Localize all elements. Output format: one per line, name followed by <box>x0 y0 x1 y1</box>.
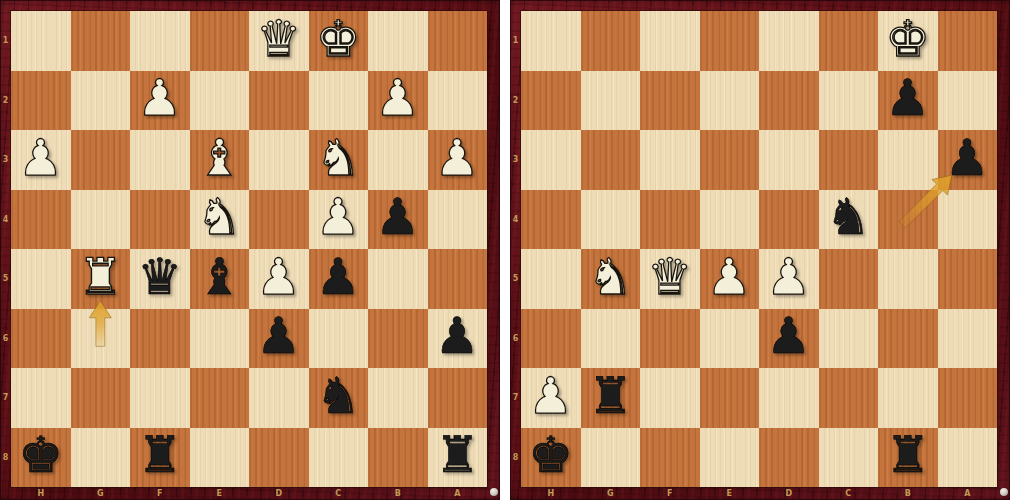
square-a5[interactable] <box>938 249 998 309</box>
black-rook[interactable]: ♜ <box>588 371 633 421</box>
square-f3[interactable] <box>130 130 190 190</box>
black-pawn[interactable]: ♟ <box>256 311 301 361</box>
square-f1[interactable] <box>130 11 190 71</box>
square-c4[interactable]: ♟ <box>309 190 369 250</box>
left-board-file-labels: HGFEDCBA <box>11 487 487 500</box>
rank-label-1: 1 <box>510 11 521 71</box>
file-label-c: C <box>309 487 369 500</box>
white-knight[interactable]: ♞ <box>197 192 242 242</box>
rank-label-1: 1 <box>0 11 11 71</box>
square-a7[interactable] <box>938 368 998 428</box>
black-pawn[interactable]: ♟ <box>885 73 930 123</box>
square-f7[interactable] <box>640 368 700 428</box>
square-g3[interactable] <box>71 130 131 190</box>
square-h2[interactable] <box>11 71 71 131</box>
rank-label-6: 6 <box>0 309 11 369</box>
square-g5[interactable]: ♜ <box>71 249 131 309</box>
white-pawn[interactable]: ♟ <box>137 73 182 123</box>
square-g3[interactable] <box>581 130 641 190</box>
file-label-g: G <box>581 487 641 500</box>
square-f7[interactable] <box>130 368 190 428</box>
left-board-rank-labels: 12345678 <box>0 11 11 487</box>
square-d3[interactable] <box>759 130 819 190</box>
square-d1[interactable] <box>759 11 819 71</box>
rank-label-5: 5 <box>0 249 11 309</box>
square-e5[interactable]: ♟ <box>700 249 760 309</box>
square-f2[interactable] <box>640 71 700 131</box>
board-options-dot[interactable] <box>490 488 498 496</box>
file-label-b: B <box>368 487 428 500</box>
black-rook[interactable]: ♜ <box>885 430 930 480</box>
white-knight[interactable]: ♞ <box>316 133 361 183</box>
square-f5[interactable]: ♛ <box>130 249 190 309</box>
square-f8[interactable]: ♜ <box>130 428 190 488</box>
square-h7[interactable] <box>11 368 71 428</box>
square-a2[interactable] <box>938 71 998 131</box>
white-rook[interactable]: ♜ <box>78 252 123 302</box>
square-d5[interactable]: ♟ <box>759 249 819 309</box>
file-label-f: F <box>130 487 190 500</box>
white-queen[interactable]: ♛ <box>647 252 692 302</box>
rank-label-5: 5 <box>510 249 521 309</box>
black-rook[interactable]: ♜ <box>435 430 480 480</box>
square-h5[interactable] <box>521 249 581 309</box>
white-pawn[interactable]: ♟ <box>18 133 63 183</box>
square-h3[interactable]: ♟ <box>11 130 71 190</box>
rank-label-7: 7 <box>510 368 521 428</box>
square-c3[interactable]: ♞ <box>309 130 369 190</box>
file-label-b: B <box>878 487 938 500</box>
square-e8[interactable] <box>190 428 250 488</box>
rank-label-3: 3 <box>0 130 11 190</box>
black-pawn[interactable]: ♟ <box>375 192 420 242</box>
square-g8[interactable] <box>71 428 131 488</box>
square-a1[interactable] <box>938 11 998 71</box>
file-label-e: E <box>700 487 760 500</box>
square-d7[interactable] <box>249 368 309 428</box>
square-h7[interactable]: ♟ <box>521 368 581 428</box>
square-d4[interactable] <box>759 190 819 250</box>
file-label-e: E <box>190 487 250 500</box>
square-d6[interactable]: ♟ <box>249 309 309 369</box>
square-e2[interactable] <box>190 71 250 131</box>
white-pawn[interactable]: ♟ <box>528 371 573 421</box>
board-options-dot[interactable] <box>1000 488 1008 496</box>
square-a8[interactable] <box>938 428 998 488</box>
square-e2[interactable] <box>700 71 760 131</box>
rank-label-4: 4 <box>0 190 11 250</box>
square-e1[interactable] <box>190 11 250 71</box>
square-e5[interactable]: ♝ <box>190 249 250 309</box>
square-c8[interactable] <box>309 428 369 488</box>
black-king[interactable]: ♚ <box>528 430 573 480</box>
square-g2[interactable] <box>71 71 131 131</box>
square-c7[interactable] <box>819 368 879 428</box>
file-label-a: A <box>428 487 488 500</box>
file-label-h: H <box>11 487 71 500</box>
square-e3[interactable]: ♝ <box>190 130 250 190</box>
file-label-a: A <box>938 487 998 500</box>
square-g8[interactable] <box>581 428 641 488</box>
black-knight[interactable]: ♞ <box>316 371 361 421</box>
square-g5[interactable]: ♞ <box>581 249 641 309</box>
right-board-grid: ♚♟♟♞♞♛♟♟♟♟♜♚♜ <box>521 11 997 487</box>
white-bishop[interactable]: ♝ <box>197 133 242 183</box>
square-a3[interactable]: ♟ <box>938 130 998 190</box>
square-c6[interactable] <box>819 309 879 369</box>
square-c1[interactable]: ♚ <box>309 11 369 71</box>
black-king[interactable]: ♚ <box>18 430 63 480</box>
square-h3[interactable] <box>521 130 581 190</box>
square-h4[interactable] <box>521 190 581 250</box>
square-c2[interactable] <box>819 71 879 131</box>
rank-label-4: 4 <box>510 190 521 250</box>
square-b3[interactable] <box>368 130 428 190</box>
boards-row: ♛♚♟♟♟♝♞♟♞♟♟♜♛♝♟♟♟♟♞♚♜♜ 12345678 HGFEDCBA… <box>0 0 1010 500</box>
square-b4[interactable]: ♟ <box>368 190 428 250</box>
black-pawn[interactable]: ♟ <box>435 311 480 361</box>
square-e6[interactable] <box>190 309 250 369</box>
right-board-rank-labels: 12345678 <box>510 11 521 487</box>
white-king[interactable]: ♚ <box>885 14 930 64</box>
right-board: ♚♟♟♞♞♛♟♟♟♟♜♚♜ 12345678 HGFEDCBA <box>510 0 1010 500</box>
square-e8[interactable] <box>700 428 760 488</box>
square-b7[interactable] <box>878 368 938 428</box>
left-board: ♛♚♟♟♟♝♞♟♞♟♟♜♛♝♟♟♟♟♞♚♜♜ 12345678 HGFEDCBA <box>0 0 500 500</box>
square-c4[interactable]: ♞ <box>819 190 879 250</box>
black-pawn[interactable]: ♟ <box>945 133 990 183</box>
square-d7[interactable] <box>759 368 819 428</box>
square-a4[interactable] <box>428 190 488 250</box>
black-pawn[interactable]: ♟ <box>766 311 811 361</box>
square-e1[interactable] <box>700 11 760 71</box>
square-f4[interactable] <box>130 190 190 250</box>
square-c3[interactable] <box>819 130 879 190</box>
square-c1[interactable] <box>819 11 879 71</box>
square-g7[interactable] <box>71 368 131 428</box>
file-label-f: F <box>640 487 700 500</box>
rank-label-3: 3 <box>510 130 521 190</box>
square-f1[interactable] <box>640 11 700 71</box>
square-d8[interactable] <box>759 428 819 488</box>
square-b4[interactable] <box>878 190 938 250</box>
white-knight[interactable]: ♞ <box>588 252 633 302</box>
square-g2[interactable] <box>581 71 641 131</box>
square-h8[interactable]: ♚ <box>11 428 71 488</box>
square-h6[interactable] <box>11 309 71 369</box>
square-d5[interactable]: ♟ <box>249 249 309 309</box>
square-g1[interactable] <box>581 11 641 71</box>
rank-label-6: 6 <box>510 309 521 369</box>
square-f3[interactable] <box>640 130 700 190</box>
white-pawn[interactable]: ♟ <box>766 252 811 302</box>
square-b8[interactable] <box>368 428 428 488</box>
square-h4[interactable] <box>11 190 71 250</box>
square-c7[interactable]: ♞ <box>309 368 369 428</box>
white-pawn[interactable]: ♟ <box>707 252 752 302</box>
square-a6[interactable]: ♟ <box>428 309 488 369</box>
square-f6[interactable] <box>640 309 700 369</box>
square-e7[interactable] <box>700 368 760 428</box>
square-e3[interactable] <box>700 130 760 190</box>
square-d3[interactable] <box>249 130 309 190</box>
black-queen[interactable]: ♛ <box>137 252 182 302</box>
square-b8[interactable]: ♜ <box>878 428 938 488</box>
file-label-d: D <box>249 487 309 500</box>
white-pawn[interactable]: ♟ <box>435 133 480 183</box>
square-c5[interactable] <box>819 249 879 309</box>
square-a6[interactable] <box>938 309 998 369</box>
square-g4[interactable] <box>581 190 641 250</box>
square-h5[interactable] <box>11 249 71 309</box>
square-g1[interactable] <box>71 11 131 71</box>
square-d1[interactable]: ♛ <box>249 11 309 71</box>
square-a3[interactable]: ♟ <box>428 130 488 190</box>
square-d2[interactable] <box>249 71 309 131</box>
rank-label-7: 7 <box>0 368 11 428</box>
file-label-g: G <box>71 487 131 500</box>
black-bishop[interactable]: ♝ <box>197 252 242 302</box>
black-pawn[interactable]: ♟ <box>316 252 361 302</box>
square-b5[interactable] <box>368 249 428 309</box>
square-f2[interactable]: ♟ <box>130 71 190 131</box>
square-b1[interactable] <box>368 11 428 71</box>
rank-label-8: 8 <box>510 428 521 488</box>
file-label-c: C <box>819 487 879 500</box>
square-b2[interactable]: ♟ <box>878 71 938 131</box>
square-f4[interactable] <box>640 190 700 250</box>
white-king[interactable]: ♚ <box>316 14 361 64</box>
square-d6[interactable]: ♟ <box>759 309 819 369</box>
square-b5[interactable] <box>878 249 938 309</box>
square-f5[interactable]: ♛ <box>640 249 700 309</box>
square-g7[interactable]: ♜ <box>581 368 641 428</box>
square-b6[interactable] <box>878 309 938 369</box>
file-label-d: D <box>759 487 819 500</box>
square-h2[interactable] <box>521 71 581 131</box>
square-b6[interactable] <box>368 309 428 369</box>
rank-label-2: 2 <box>510 71 521 131</box>
square-b3[interactable] <box>878 130 938 190</box>
square-d2[interactable] <box>759 71 819 131</box>
square-c6[interactable] <box>309 309 369 369</box>
black-rook[interactable]: ♜ <box>137 430 182 480</box>
rank-label-2: 2 <box>0 71 11 131</box>
square-c8[interactable] <box>819 428 879 488</box>
white-queen[interactable]: ♛ <box>256 14 301 64</box>
square-a2[interactable] <box>428 71 488 131</box>
square-c2[interactable] <box>309 71 369 131</box>
square-a8[interactable]: ♜ <box>428 428 488 488</box>
square-a4[interactable] <box>938 190 998 250</box>
square-h8[interactable]: ♚ <box>521 428 581 488</box>
square-h1[interactable] <box>521 11 581 71</box>
square-g6[interactable] <box>71 309 131 369</box>
rank-label-8: 8 <box>0 428 11 488</box>
square-b2[interactable]: ♟ <box>368 71 428 131</box>
square-h1[interactable] <box>11 11 71 71</box>
square-g6[interactable] <box>581 309 641 369</box>
square-e6[interactable] <box>700 309 760 369</box>
square-b1[interactable]: ♚ <box>878 11 938 71</box>
square-a7[interactable] <box>428 368 488 428</box>
square-h6[interactable] <box>521 309 581 369</box>
square-a1[interactable] <box>428 11 488 71</box>
right-board-file-labels: HGFEDCBA <box>521 487 997 500</box>
square-d4[interactable] <box>249 190 309 250</box>
black-knight[interactable]: ♞ <box>826 192 871 242</box>
square-a5[interactable] <box>428 249 488 309</box>
square-b7[interactable] <box>368 368 428 428</box>
square-e4[interactable]: ♞ <box>190 190 250 250</box>
square-f6[interactable] <box>130 309 190 369</box>
file-label-h: H <box>521 487 581 500</box>
square-g4[interactable] <box>71 190 131 250</box>
square-f8[interactable] <box>640 428 700 488</box>
square-c5[interactable]: ♟ <box>309 249 369 309</box>
square-e7[interactable] <box>190 368 250 428</box>
square-e4[interactable] <box>700 190 760 250</box>
white-pawn[interactable]: ♟ <box>316 192 361 242</box>
white-pawn[interactable]: ♟ <box>375 73 420 123</box>
white-pawn[interactable]: ♟ <box>256 252 301 302</box>
left-board-grid: ♛♚♟♟♟♝♞♟♞♟♟♜♛♝♟♟♟♟♞♚♜♜ <box>11 11 487 487</box>
square-d8[interactable] <box>249 428 309 488</box>
